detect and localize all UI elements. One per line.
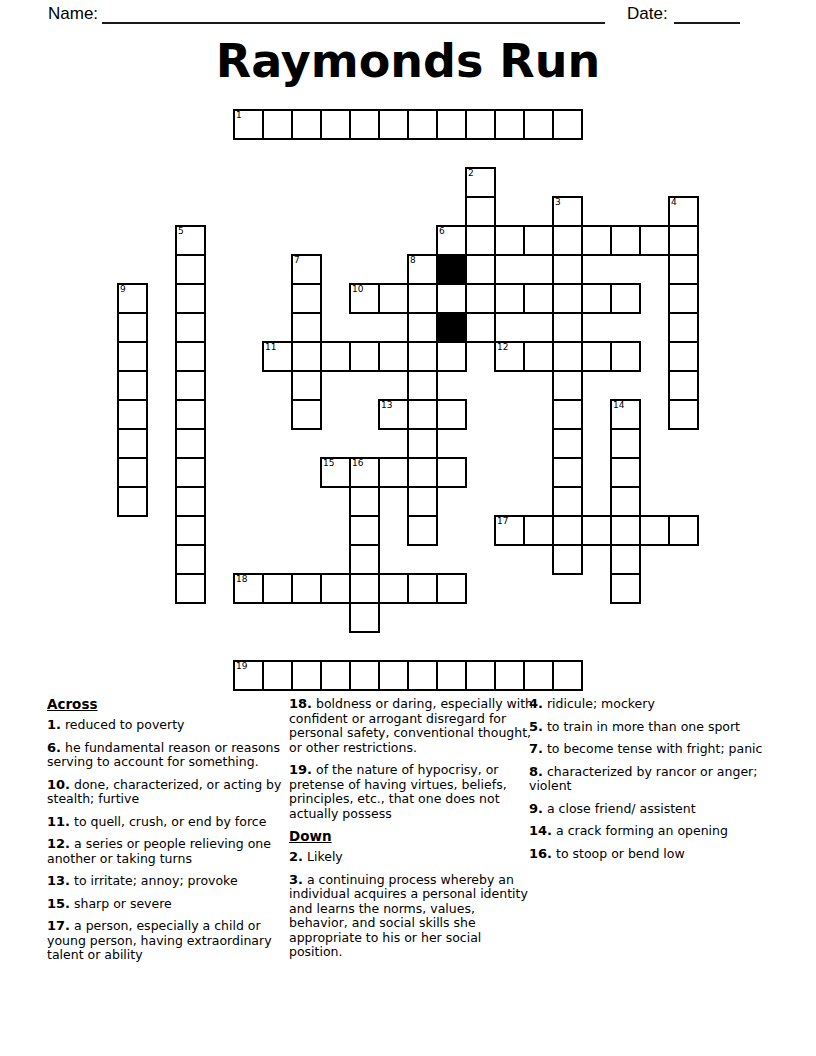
grid-cell-r4c2[interactable] [175,225,206,256]
grid-cell-r11c0[interactable] [117,428,148,459]
grid-cell-r16c8[interactable] [349,573,380,604]
grid-cell-r12c7[interactable] [320,457,351,488]
grid-cell-r5c6[interactable] [291,254,322,285]
grid-cell-r8c14[interactable] [523,341,554,372]
grid-cell-r6c0[interactable] [117,283,148,314]
grid-cell-r16c11[interactable] [436,573,467,604]
grid-cell-r6c6[interactable] [291,283,322,314]
grid-cell-r19c12[interactable] [465,660,496,691]
clue-across-18: 18. boldness or daring, especially with … [289,696,535,755]
grid-cell-r12c0[interactable] [117,457,148,488]
grid-cell-r14c13[interactable] [494,515,525,546]
grid-cell-r19c11[interactable] [436,660,467,691]
clue-column-down: 4. ridicule; mockery5. to train in more … [529,696,769,868]
grid-cell-r9c0[interactable] [117,370,148,401]
grid-cell-r7c12[interactable] [465,312,496,343]
grid-cell-r4c19[interactable] [668,225,699,256]
grid-cell-r7c0[interactable] [117,312,148,343]
grid-cell-r14c16[interactable] [581,515,612,546]
grid-cell-r19c9[interactable] [378,660,409,691]
grid-cell-r7c15[interactable] [552,312,583,343]
grid-cell-r7c19[interactable] [668,312,699,343]
grid-cell-r13c15[interactable] [552,486,583,517]
crossword-grid: 12345678910111213141516171819 [117,109,728,691]
grid-cell-r0c11[interactable] [436,109,467,140]
grid-cell-r10c6[interactable] [291,399,322,430]
grid-cell-r6c8[interactable] [349,283,380,314]
name-label: Name: [48,4,98,24]
grid-cell-r10c19[interactable] [668,399,699,430]
clue-across-17: 17. a person, especially a child or youn… [47,918,293,963]
grid-cell-r14c2[interactable] [175,515,206,546]
grid-cell-r0c4[interactable] [233,109,264,140]
grid-cell-r16c2[interactable] [175,573,206,604]
grid-cell-r6c17[interactable] [610,283,641,314]
clue-across-15: 15. sharp or severe [47,896,293,912]
grid-cell-r7c10[interactable] [407,312,438,343]
grid-cell-r15c15[interactable] [552,544,583,575]
grid-cell-r14c18[interactable] [639,515,670,546]
clue-across-12: 12. a series or people relieving one ano… [47,836,293,866]
grid-cell-r14c15[interactable] [552,515,583,546]
grid-cell-r0c13[interactable] [494,109,525,140]
grid-cell-r4c14[interactable] [523,225,554,256]
grid-cell-r10c0[interactable] [117,399,148,430]
grid-cell-r10c10[interactable] [407,399,438,430]
grid-cell-r6c19[interactable] [668,283,699,314]
grid-cell-r0c12[interactable] [465,109,496,140]
grid-cell-r14c19[interactable] [668,515,699,546]
grid-cell-r8c6[interactable] [291,341,322,372]
grid-cell-r8c11[interactable] [436,341,467,372]
grid-cell-r0c9[interactable] [378,109,409,140]
grid-cell-r12c15[interactable] [552,457,583,488]
grid-cell-r0c7[interactable] [320,109,351,140]
black-cell-r7c11 [436,312,467,343]
grid-cell-r11c10[interactable] [407,428,438,459]
grid-cell-r8c9[interactable] [378,341,409,372]
clue-across-11: 11. to quell, crush, or end by force [47,814,293,830]
clue-across-10: 10. done, characterized, or acting by st… [47,777,293,807]
grid-cell-r10c11[interactable] [436,399,467,430]
grid-cell-r6c2[interactable] [175,283,206,314]
grid-cell-r19c5[interactable] [262,660,293,691]
grid-cell-r19c10[interactable] [407,660,438,691]
grid-cell-r7c2[interactable] [175,312,206,343]
grid-cell-r19c6[interactable] [291,660,322,691]
grid-cell-r13c10[interactable] [407,486,438,517]
grid-cell-r4c12[interactable] [465,225,496,256]
clue-down-14: 14. a crack forming an opening [529,823,769,839]
grid-cell-r8c2[interactable] [175,341,206,372]
clue-column-middle: 18. boldness or daring, especially with … [289,696,535,967]
name-input-line[interactable] [102,6,605,24]
grid-cell-r8c17[interactable] [610,341,641,372]
clue-across-6: 6. he fundamental reason or reasons serv… [47,740,293,770]
grid-cell-r11c15[interactable] [552,428,583,459]
grid-cell-r14c17[interactable] [610,515,641,546]
grid-cell-r19c15[interactable] [552,660,583,691]
grid-cell-r13c17[interactable] [610,486,641,517]
clue-down-2: 2. Likely [289,849,535,865]
grid-cell-r16c7[interactable] [320,573,351,604]
grid-cell-r0c6[interactable] [291,109,322,140]
clue-down-8: 8. characterized by rancor or anger; vio… [529,764,769,794]
grid-cell-r4c17[interactable] [610,225,641,256]
grid-cell-r8c15[interactable] [552,341,583,372]
grid-cell-r4c16[interactable] [581,225,612,256]
puzzle-title: Raymonds Run [0,34,816,88]
grid-cell-r16c4[interactable] [233,573,264,604]
down-header: Down [289,828,535,844]
grid-cell-r0c15[interactable] [552,109,583,140]
grid-cell-r14c8[interactable] [349,515,380,546]
black-cell-r5c11 [436,254,467,285]
clue-down-16: 16. to stoop or bend low [529,846,769,862]
grid-cell-r9c19[interactable] [668,370,699,401]
clue-across-19: 19. of the nature of hypocrisy, or prete… [289,762,535,821]
grid-cell-r8c7[interactable] [320,341,351,372]
grid-cell-r2c12[interactable] [465,167,496,198]
grid-cell-r15c2[interactable] [175,544,206,575]
grid-cell-r8c5[interactable] [262,341,293,372]
grid-cell-r14c14[interactable] [523,515,554,546]
grid-cell-r4c15[interactable] [552,225,583,256]
grid-cell-r3c12[interactable] [465,196,496,227]
date-label: Date: [627,4,668,24]
grid-cell-r19c4[interactable] [233,660,264,691]
grid-cell-r13c8[interactable] [349,486,380,517]
across-header: Across [47,696,293,712]
grid-cell-r12c10[interactable] [407,457,438,488]
clue-down-7: 7. to become tense with fright; panic [529,741,769,757]
grid-cell-r14c10[interactable] [407,515,438,546]
grid-cell-r10c15[interactable] [552,399,583,430]
grid-cell-r3c15[interactable] [552,196,583,227]
grid-cell-r8c19[interactable] [668,341,699,372]
grid-cell-r19c7[interactable] [320,660,351,691]
grid-cell-r9c15[interactable] [552,370,583,401]
grid-cell-r12c11[interactable] [436,457,467,488]
grid-cell-r17c8[interactable] [349,602,380,633]
clue-across-13: 13. to irritate; annoy; provoke [47,873,293,889]
grid-cell-r0c14[interactable] [523,109,554,140]
grid-cell-r6c11[interactable] [436,283,467,314]
grid-cell-r8c10[interactable] [407,341,438,372]
clue-across-1: 1. reduced to poverty [47,717,293,733]
grid-cell-r19c14[interactable] [523,660,554,691]
grid-cell-r4c11[interactable] [436,225,467,256]
grid-cell-r3c19[interactable] [668,196,699,227]
grid-cell-r9c10[interactable] [407,370,438,401]
grid-cell-r7c6[interactable] [291,312,322,343]
grid-cell-r0c10[interactable] [407,109,438,140]
grid-cell-r11c17[interactable] [610,428,641,459]
grid-cell-r6c13[interactable] [494,283,525,314]
grid-cell-r9c2[interactable] [175,370,206,401]
grid-cell-r12c2[interactable] [175,457,206,488]
grid-cell-r8c13[interactable] [494,341,525,372]
grid-cell-r15c8[interactable] [349,544,380,575]
worksheet-page: Name: Date: Raymonds Run 123456789101112… [0,0,816,1056]
grid-cell-r6c9[interactable] [378,283,409,314]
grid-cell-r19c13[interactable] [494,660,525,691]
grid-cell-r12c9[interactable] [378,457,409,488]
grid-cell-r11c2[interactable] [175,428,206,459]
grid-cell-r9c6[interactable] [291,370,322,401]
clue-down-5: 5. to train in more than one sport [529,719,769,735]
grid-cell-r16c5[interactable] [262,573,293,604]
grid-cell-r4c18[interactable] [639,225,670,256]
grid-cell-r5c15[interactable] [552,254,583,285]
grid-cell-r16c6[interactable] [291,573,322,604]
clue-down-9: 9. a close friend/ assistent [529,801,769,817]
grid-cell-r10c17[interactable] [610,399,641,430]
grid-cell-r0c5[interactable] [262,109,293,140]
clue-down-3: 3. a continuing process whereby an indiv… [289,872,535,960]
date-input-line[interactable] [674,6,740,24]
grid-cell-r16c10[interactable] [407,573,438,604]
clue-down-4: 4. ridicule; mockery [529,696,769,712]
grid-cell-r8c0[interactable] [117,341,148,372]
grid-cell-r12c17[interactable] [610,457,641,488]
grid-cell-r8c8[interactable] [349,341,380,372]
grid-cell-r6c14[interactable] [523,283,554,314]
grid-cell-r10c2[interactable] [175,399,206,430]
grid-cell-r6c16[interactable] [581,283,612,314]
grid-cell-r16c17[interactable] [610,573,641,604]
grid-cell-r4c13[interactable] [494,225,525,256]
grid-cell-r10c9[interactable] [378,399,409,430]
grid-cell-r5c19[interactable] [668,254,699,285]
grid-cell-r19c8[interactable] [349,660,380,691]
grid-cell-r6c10[interactable] [407,283,438,314]
grid-cell-r15c17[interactable] [610,544,641,575]
grid-cell-r5c10[interactable] [407,254,438,285]
grid-cell-r13c0[interactable] [117,486,148,517]
grid-cell-r5c12[interactable] [465,254,496,285]
grid-cell-r0c8[interactable] [349,109,380,140]
grid-cell-r6c15[interactable] [552,283,583,314]
grid-cell-r12c8[interactable] [349,457,380,488]
grid-cell-r6c12[interactable] [465,283,496,314]
clue-column-across: Across1. reduced to poverty6. he fundame… [47,696,293,970]
grid-cell-r8c16[interactable] [581,341,612,372]
grid-cell-r5c2[interactable] [175,254,206,285]
grid-cell-r13c2[interactable] [175,486,206,517]
grid-cell-r16c9[interactable] [378,573,409,604]
